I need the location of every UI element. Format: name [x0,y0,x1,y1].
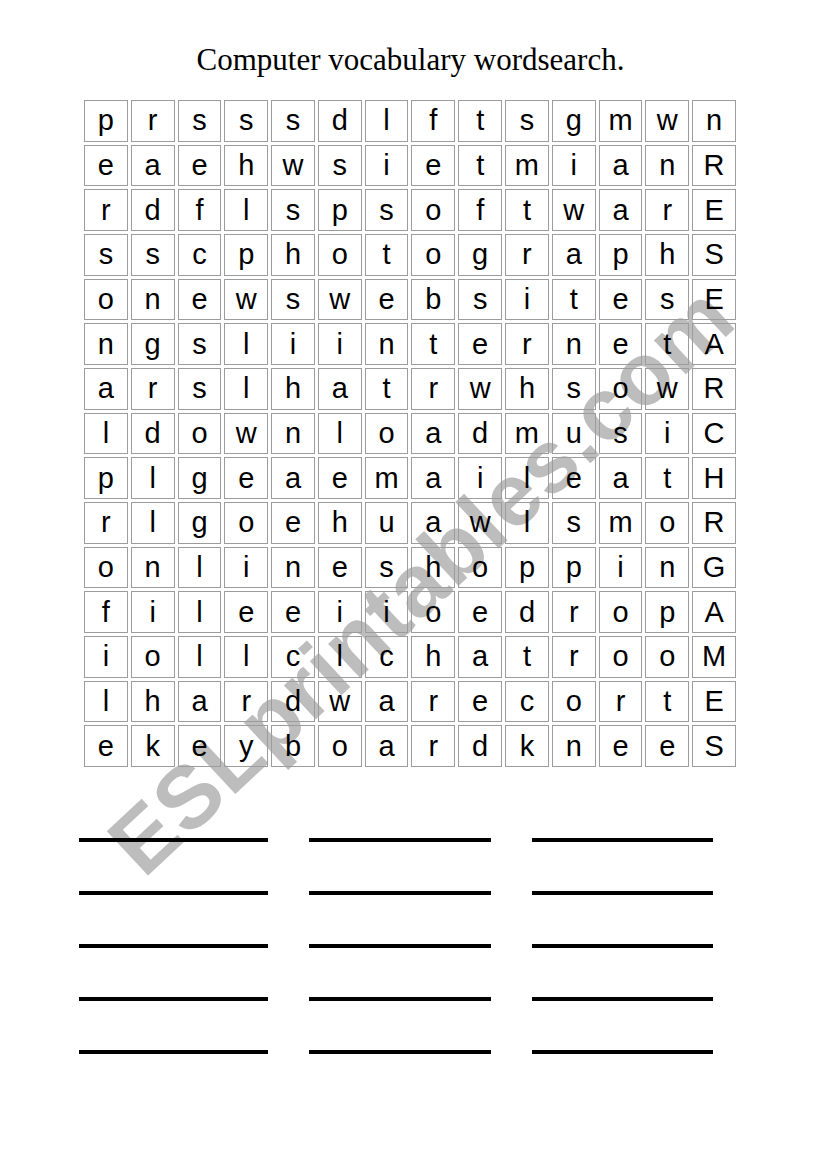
answer-line [532,838,713,842]
grid-cell: p [645,591,689,633]
grid-cell: e [599,279,643,321]
grid-cell: a [84,368,128,410]
grid-cell: e [318,547,362,589]
grid-cell: G [692,547,736,589]
grid-cell: e [318,457,362,499]
grid-cell: e [271,591,315,633]
grid-cell: l [131,502,175,544]
grid-cell: R [692,368,736,410]
grid-cell: r [411,681,455,723]
grid-cell: r [411,368,455,410]
grid-cell: m [505,145,549,187]
grid-cell: h [271,368,315,410]
grid-cell: w [645,100,689,142]
grid-cell: w [224,279,268,321]
grid-cell: n [271,413,315,455]
grid-cell: h [131,681,175,723]
grid-cell: i [505,279,549,321]
grid-cell: t [505,189,549,231]
grid-cell: i [552,145,596,187]
grid-cell: s [365,189,409,231]
grid-cell: r [411,725,455,767]
grid-cell: i [318,323,362,365]
grid-cell: n [131,547,175,589]
grid-cell: e [178,279,222,321]
grid-cell: n [84,323,128,365]
grid-cell: p [318,189,362,231]
grid-cell: C [692,413,736,455]
grid-cell: t [645,323,689,365]
grid-cell: s [131,234,175,276]
grid-cell: t [365,234,409,276]
grid-cell: l [178,636,222,678]
grid-cell: S [692,234,736,276]
grid-cell: l [318,413,362,455]
grid-cell: r [224,681,268,723]
grid-cell: o [224,502,268,544]
grid-cell: d [131,189,175,231]
grid-cell: n [645,547,689,589]
grid-cell: g [131,323,175,365]
grid-cell: s [178,100,222,142]
grid-cell: e [458,591,502,633]
grid-cell: w [458,368,502,410]
grid-cell: a [365,725,409,767]
grid-cell: o [599,368,643,410]
grid-cell: d [318,100,362,142]
grid-cell: n [131,279,175,321]
grid-cell: m [599,502,643,544]
grid-cell: o [411,234,455,276]
grid-cell: e [84,725,128,767]
grid-cell: r [599,681,643,723]
grid-cell: n [552,323,596,365]
grid-cell: w [552,189,596,231]
grid-cell: t [365,368,409,410]
grid-cell: l [224,323,268,365]
grid-cell: r [84,189,128,231]
grid-cell: t [458,100,502,142]
grid-cell: s [505,100,549,142]
grid-cell: y [224,725,268,767]
answer-line [532,944,713,948]
grid-cell: o [599,591,643,633]
grid-cell: h [411,547,455,589]
grid-cell: i [224,547,268,589]
answer-line [532,1050,713,1054]
grid-cell: i [645,413,689,455]
grid-cell: l [178,591,222,633]
grid-cell: d [458,725,502,767]
grid-cell: o [131,636,175,678]
grid-cell: e [411,145,455,187]
grid-cell: i [599,547,643,589]
grid-cell: l [224,636,268,678]
grid-cell: E [692,681,736,723]
answer-line [79,838,268,842]
answer-line [79,1050,268,1054]
grid-cell: S [692,725,736,767]
grid-cell: g [178,457,222,499]
grid-cell: i [271,323,315,365]
grid-cell: M [692,636,736,678]
grid-cell: s [599,413,643,455]
grid-cell: c [178,234,222,276]
grid-cell: s [318,145,362,187]
answer-line [309,1050,491,1054]
grid-cell: s [271,279,315,321]
grid-cell: o [84,547,128,589]
answer-line [79,997,268,1001]
grid-cell: n [645,145,689,187]
answer-line [532,997,713,1001]
grid-cell: a [552,234,596,276]
grid-cell: A [692,591,736,633]
grid-cell: s [178,368,222,410]
grid-cell: l [84,413,128,455]
grid-cell: s [271,100,315,142]
grid-cell: d [131,413,175,455]
grid-cell: e [224,591,268,633]
grid-cell: l [505,502,549,544]
grid-cell: e [365,279,409,321]
grid-cell: e [178,725,222,767]
grid-cell: s [645,279,689,321]
grid-cell: e [599,725,643,767]
grid-cell: s [365,547,409,589]
grid-cell: p [552,547,596,589]
grid-cell: a [271,457,315,499]
grid-cell: f [178,189,222,231]
grid-cell: h [271,234,315,276]
grid-cell: h [318,502,362,544]
grid-cell: e [552,457,596,499]
grid-cell: e [458,323,502,365]
answer-line [309,838,491,842]
grid-cell: i [365,591,409,633]
grid-cell: o [411,189,455,231]
grid-cell: r [552,591,596,633]
grid-cell: c [271,636,315,678]
grid-cell: a [411,457,455,499]
grid-cell: t [505,636,549,678]
grid-cell: g [178,502,222,544]
grid-cell: i [131,591,175,633]
grid-cell: a [599,145,643,187]
grid-cell: e [458,681,502,723]
grid-cell: t [645,681,689,723]
grid-cell: n [271,547,315,589]
grid-cell: a [599,457,643,499]
grid-cell: t [458,145,502,187]
grid-cell: o [365,413,409,455]
grid-cell: H [692,457,736,499]
grid-cell: t [411,323,455,365]
grid-cell: h [505,368,549,410]
grid-cell: p [505,547,549,589]
grid-cell: s [84,234,128,276]
grid-cell: m [599,100,643,142]
grid-cell: w [224,413,268,455]
grid-cell: a [411,502,455,544]
grid-cell: c [505,681,549,723]
grid-cell: p [84,100,128,142]
grid-cell: E [692,189,736,231]
grid-cell: l [131,457,175,499]
grid-cell: r [131,100,175,142]
grid-cell: t [645,457,689,499]
grid-cell: w [458,502,502,544]
grid-cell: R [692,502,736,544]
answer-line [309,944,491,948]
answer-line [309,997,491,1001]
grid-cell: o [645,636,689,678]
grid-cell: a [458,636,502,678]
grid-cell: i [318,591,362,633]
grid-cell: s [552,502,596,544]
grid-cell: w [645,368,689,410]
grid-cell: m [505,413,549,455]
answer-line [532,891,713,895]
grid-cell: t [552,279,596,321]
worksheet-page: ESLprintables.com Computer vocabulary wo… [0,0,821,1169]
grid-cell: b [411,279,455,321]
grid-cell: l [224,189,268,231]
grid-cell: b [271,725,315,767]
grid-cell: a [131,145,175,187]
grid-cell: h [645,234,689,276]
grid-cell: n [692,100,736,142]
grid-cell: f [458,189,502,231]
grid-cell: h [411,636,455,678]
grid-cell: w [271,145,315,187]
grid-cell: g [458,234,502,276]
grid-cell: s [552,368,596,410]
grid-cell: f [411,100,455,142]
grid-cell: s [271,189,315,231]
grid-cell: r [84,502,128,544]
answer-line [309,891,491,895]
grid-cell: e [645,725,689,767]
grid-cell: u [365,502,409,544]
grid-cell: d [505,591,549,633]
grid-cell: r [645,189,689,231]
grid-cell: w [318,279,362,321]
grid-cell: e [599,323,643,365]
grid-cell: o [645,502,689,544]
answer-line [79,891,268,895]
grid-cell: i [84,636,128,678]
grid-cell: e [224,457,268,499]
grid-cell: E [692,279,736,321]
grid-cell: o [318,234,362,276]
grid-cell: s [178,323,222,365]
answer-line [79,944,268,948]
grid-cell: r [552,636,596,678]
grid-cell: n [552,725,596,767]
grid-cell: d [271,681,315,723]
grid-cell: u [552,413,596,455]
grid-cell: l [178,547,222,589]
grid-cell: g [552,100,596,142]
grid-cell: A [692,323,736,365]
grid-cell: p [84,457,128,499]
grid-cell: l [224,368,268,410]
grid-cell: R [692,145,736,187]
grid-cell: k [505,725,549,767]
grid-cell: o [599,636,643,678]
grid-cell: n [365,323,409,365]
grid-cell: l [365,100,409,142]
grid-cell: a [411,413,455,455]
grid-cell: c [365,636,409,678]
grid-cell: e [84,145,128,187]
grid-cell: s [224,100,268,142]
grid-cell: o [178,413,222,455]
grid-cell: r [131,368,175,410]
grid-cell: i [365,145,409,187]
wordsearch-grid: prsssdlftsgmwneaehwsietmianRrdflspsoftwa… [84,100,736,767]
grid-cell: l [505,457,549,499]
grid-cell: w [318,681,362,723]
grid-cell: a [318,368,362,410]
grid-cell: f [84,591,128,633]
grid-cell: l [84,681,128,723]
grid-cell: e [178,145,222,187]
grid-cell: i [458,457,502,499]
grid-cell: l [318,636,362,678]
grid-cell: a [365,681,409,723]
worksheet-title: Computer vocabulary wordsearch. [0,42,821,78]
grid-cell: a [599,189,643,231]
grid-cell: a [178,681,222,723]
grid-cell: o [458,547,502,589]
grid-cell: h [224,145,268,187]
grid-cell: d [458,413,502,455]
grid-cell: o [318,725,362,767]
grid-cell: r [505,234,549,276]
grid-cell: s [458,279,502,321]
grid-cell: p [599,234,643,276]
grid-cell: o [411,591,455,633]
grid-cell: r [505,323,549,365]
grid-cell: k [131,725,175,767]
grid-cell: e [271,502,315,544]
grid-cell: p [224,234,268,276]
grid-cell: o [84,279,128,321]
grid-cell: o [552,681,596,723]
grid-cell: m [365,457,409,499]
